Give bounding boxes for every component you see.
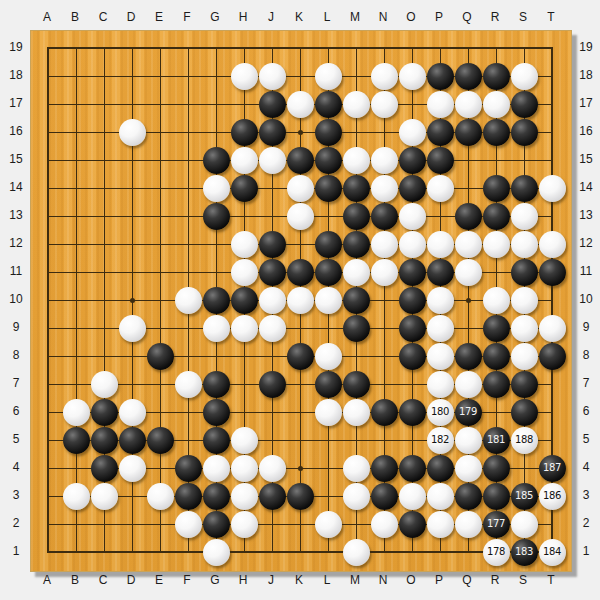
go-stone-white[interactable] (147, 483, 174, 510)
move-number-label: 187 (543, 463, 561, 473)
row-label-left: 10 (4, 292, 28, 306)
go-stone-white[interactable] (315, 343, 342, 370)
go-stone-white[interactable] (427, 287, 454, 314)
go-stone-white[interactable] (203, 315, 230, 342)
go-stone-white[interactable] (427, 511, 454, 538)
go-stone-white[interactable] (427, 91, 454, 118)
go-stone-black[interactable] (147, 343, 174, 370)
go-stone-black[interactable] (259, 91, 286, 118)
go-stone-black[interactable] (91, 455, 118, 482)
go-stone-white[interactable] (63, 483, 90, 510)
go-stone-white[interactable] (259, 455, 286, 482)
go-stone-black[interactable] (399, 511, 426, 538)
go-stone-black[interactable] (315, 371, 342, 398)
move-number-label: 183 (515, 547, 533, 557)
star-point (130, 298, 135, 303)
row-label-right: 18 (574, 68, 598, 82)
go-stone-white[interactable] (427, 483, 454, 510)
column-label-bottom: C (91, 573, 115, 587)
row-label-right: 10 (574, 292, 598, 306)
column-label-bottom: K (287, 573, 311, 587)
go-stone-white[interactable] (259, 147, 286, 174)
go-stone-white[interactable] (315, 511, 342, 538)
row-label-left: 8 (4, 348, 28, 362)
go-stone-black[interactable]: 183 (511, 539, 538, 566)
go-stone-black[interactable] (147, 427, 174, 454)
column-label-bottom: M (343, 573, 367, 587)
go-stone-black[interactable] (343, 371, 370, 398)
go-stone-white[interactable] (119, 455, 146, 482)
star-point (466, 298, 471, 303)
row-label-right: 4 (574, 460, 598, 474)
go-stone-black[interactable] (259, 231, 286, 258)
go-game-viewer: 180179182181188187185186177178183184 AAB… (0, 0, 600, 600)
go-stone-white[interactable] (455, 231, 482, 258)
column-label-bottom: G (203, 573, 227, 587)
row-label-right: 9 (574, 320, 598, 334)
go-stone-black[interactable]: 179 (455, 399, 482, 426)
go-stone-black[interactable] (259, 259, 286, 286)
go-stone-white[interactable] (371, 91, 398, 118)
column-label-top: T (539, 10, 563, 24)
row-label-left: 2 (4, 516, 28, 530)
row-label-right: 19 (574, 40, 598, 54)
go-stone-white[interactable] (287, 287, 314, 314)
star-point (298, 130, 303, 135)
row-label-right: 1 (574, 544, 598, 558)
row-label-left: 4 (4, 460, 28, 474)
go-stone-white[interactable] (91, 371, 118, 398)
move-number-label: 179 (459, 407, 477, 417)
row-label-left: 3 (4, 488, 28, 502)
grid-line-horizontal (47, 551, 553, 553)
go-stone-black[interactable] (511, 371, 538, 398)
row-label-left: 18 (4, 68, 28, 82)
go-stone-white[interactable] (231, 483, 258, 510)
row-label-left: 11 (4, 264, 28, 278)
go-stone-black[interactable] (483, 315, 510, 342)
go-stone-black[interactable] (483, 119, 510, 146)
go-stone-white[interactable] (371, 231, 398, 258)
move-number-label: 181 (487, 435, 505, 445)
go-stone-black[interactable] (91, 399, 118, 426)
go-stone-black[interactable] (371, 399, 398, 426)
go-stone-white[interactable] (231, 231, 258, 258)
go-stone-white[interactable] (511, 315, 538, 342)
go-stone-white[interactable] (287, 203, 314, 230)
go-stone-white[interactable] (399, 231, 426, 258)
row-label-right: 8 (574, 348, 598, 362)
go-stone-black[interactable] (315, 147, 342, 174)
go-stone-white[interactable] (539, 231, 566, 258)
go-stone-white[interactable] (539, 175, 566, 202)
column-label-top: S (511, 10, 535, 24)
go-stone-white[interactable] (399, 119, 426, 146)
go-stone-black[interactable] (455, 483, 482, 510)
go-stone-black[interactable] (427, 455, 454, 482)
go-stone-black[interactable] (343, 175, 370, 202)
row-label-left: 1 (4, 544, 28, 558)
move-number-label: 178 (487, 547, 505, 557)
go-stone-white[interactable] (483, 287, 510, 314)
column-label-top: K (287, 10, 311, 24)
go-stone-white[interactable] (203, 455, 230, 482)
go-stone-black[interactable] (455, 203, 482, 230)
go-stone-white[interactable] (483, 91, 510, 118)
go-stone-black[interactable] (119, 427, 146, 454)
go-stone-black[interactable] (203, 287, 230, 314)
row-label-right: 13 (574, 208, 598, 222)
row-label-right: 6 (574, 404, 598, 418)
go-stone-black[interactable] (511, 119, 538, 146)
go-stone-white[interactable] (539, 315, 566, 342)
row-label-right: 17 (574, 96, 598, 110)
go-stone-white[interactable] (119, 119, 146, 146)
go-stone-white[interactable] (175, 511, 202, 538)
go-stone-black[interactable] (343, 287, 370, 314)
go-stone-white[interactable] (315, 287, 342, 314)
go-stone-black[interactable] (343, 203, 370, 230)
move-number-label: 186 (543, 491, 561, 501)
row-label-left: 7 (4, 376, 28, 390)
move-number-label: 185 (515, 491, 533, 501)
go-stone-black[interactable] (259, 483, 286, 510)
go-stone-black[interactable] (203, 511, 230, 538)
go-stone-white[interactable] (343, 91, 370, 118)
go-stone-black[interactable] (483, 371, 510, 398)
go-stone-black[interactable] (315, 119, 342, 146)
go-stone-white[interactable] (399, 63, 426, 90)
go-stone-black[interactable] (483, 63, 510, 90)
go-stone-black[interactable] (175, 483, 202, 510)
go-stone-white[interactable] (427, 175, 454, 202)
go-stone-white[interactable] (399, 203, 426, 230)
go-stone-black[interactable] (539, 259, 566, 286)
row-label-left: 15 (4, 152, 28, 166)
column-label-bottom: O (399, 573, 423, 587)
go-stone-white[interactable] (511, 343, 538, 370)
go-stone-black[interactable] (483, 203, 510, 230)
go-stone-black[interactable] (231, 119, 258, 146)
go-stone-white[interactable] (343, 483, 370, 510)
go-stone-black[interactable] (511, 175, 538, 202)
go-stone-black[interactable] (399, 343, 426, 370)
column-label-top: B (63, 10, 87, 24)
row-label-right: 5 (574, 432, 598, 446)
go-stone-black[interactable] (259, 371, 286, 398)
column-label-top: R (483, 10, 507, 24)
row-label-left: 16 (4, 124, 28, 138)
row-label-left: 14 (4, 180, 28, 194)
column-label-top: Q (455, 10, 479, 24)
go-stone-white[interactable] (343, 539, 370, 566)
go-stone-white[interactable]: 188 (511, 427, 538, 454)
go-stone-white[interactable] (427, 231, 454, 258)
column-label-top: G (203, 10, 227, 24)
go-stone-white[interactable]: 184 (539, 539, 566, 566)
go-stone-white[interactable] (315, 399, 342, 426)
go-stone-black[interactable] (315, 175, 342, 202)
go-stone-white[interactable] (455, 259, 482, 286)
go-stone-white[interactable] (371, 63, 398, 90)
go-stone-black[interactable] (343, 315, 370, 342)
go-stone-black[interactable] (315, 259, 342, 286)
go-stone-white[interactable] (511, 511, 538, 538)
go-stone-white[interactable] (259, 63, 286, 90)
row-label-right: 12 (574, 236, 598, 250)
row-label-right: 3 (574, 488, 598, 502)
row-label-left: 13 (4, 208, 28, 222)
row-label-left: 6 (4, 404, 28, 418)
go-stone-black[interactable]: 181 (483, 427, 510, 454)
column-label-bottom: B (63, 573, 87, 587)
go-stone-white[interactable] (399, 483, 426, 510)
column-label-bottom: N (371, 573, 395, 587)
column-label-top: A (35, 10, 59, 24)
go-stone-black[interactable] (399, 315, 426, 342)
go-stone-black[interactable] (399, 175, 426, 202)
go-stone-white[interactable] (231, 147, 258, 174)
row-label-left: 5 (4, 432, 28, 446)
go-stone-black[interactable] (399, 259, 426, 286)
go-stone-black[interactable] (511, 399, 538, 426)
go-stone-white[interactable] (483, 231, 510, 258)
go-stone-white[interactable] (455, 427, 482, 454)
move-number-label: 182 (431, 435, 449, 445)
go-stone-white[interactable] (203, 539, 230, 566)
go-stone-white[interactable] (231, 455, 258, 482)
column-label-top: L (315, 10, 339, 24)
go-stone-black[interactable] (315, 91, 342, 118)
move-number-label: 184 (543, 547, 561, 557)
move-number-label: 177 (487, 519, 505, 529)
go-stone-black[interactable] (483, 343, 510, 370)
go-stone-black[interactable] (399, 147, 426, 174)
go-stone-white[interactable] (455, 371, 482, 398)
go-stone-white[interactable] (259, 287, 286, 314)
go-stone-white[interactable] (455, 455, 482, 482)
column-label-bottom: T (539, 573, 563, 587)
column-label-bottom: D (119, 573, 143, 587)
star-point (298, 466, 303, 471)
column-label-bottom: L (315, 573, 339, 587)
go-stone-white[interactable] (203, 175, 230, 202)
go-stone-black[interactable] (203, 399, 230, 426)
go-stone-white[interactable] (231, 259, 258, 286)
go-stone-white[interactable] (455, 91, 482, 118)
go-stone-black[interactable] (315, 231, 342, 258)
go-stone-black[interactable]: 187 (539, 455, 566, 482)
column-label-bottom: A (35, 573, 59, 587)
go-stone-white[interactable] (175, 371, 202, 398)
go-stone-black[interactable] (511, 91, 538, 118)
row-label-right: 2 (574, 516, 598, 530)
column-label-top: M (343, 10, 367, 24)
go-stone-black[interactable] (399, 399, 426, 426)
go-stone-black[interactable] (287, 483, 314, 510)
go-stone-white[interactable] (231, 315, 258, 342)
column-label-top: C (91, 10, 115, 24)
go-stone-black[interactable] (175, 455, 202, 482)
move-number-label: 188 (515, 435, 533, 445)
go-stone-white[interactable] (371, 511, 398, 538)
column-label-top: O (399, 10, 423, 24)
go-stone-white[interactable] (371, 259, 398, 286)
go-stone-white[interactable] (287, 91, 314, 118)
go-stone-black[interactable] (91, 427, 118, 454)
go-stone-white[interactable] (231, 63, 258, 90)
go-stone-white[interactable]: 182 (427, 427, 454, 454)
go-stone-white[interactable] (511, 231, 538, 258)
go-stone-white[interactable] (287, 175, 314, 202)
go-board[interactable]: 180179182181188187185186177178183184 (30, 30, 572, 572)
column-label-top: D (119, 10, 143, 24)
go-stone-black[interactable] (455, 63, 482, 90)
go-stone-black[interactable] (371, 483, 398, 510)
column-label-top: E (147, 10, 171, 24)
go-stone-white[interactable] (343, 399, 370, 426)
go-stone-black[interactable] (399, 455, 426, 482)
go-stone-white[interactable] (119, 315, 146, 342)
go-stone-white[interactable] (119, 399, 146, 426)
go-stone-black[interactable] (203, 371, 230, 398)
go-stone-black[interactable] (539, 343, 566, 370)
go-stone-black[interactable]: 185 (511, 483, 538, 510)
row-label-left: 17 (4, 96, 28, 110)
go-stone-black[interactable] (203, 427, 230, 454)
go-stone-black[interactable] (231, 287, 258, 314)
go-stone-black[interactable] (427, 119, 454, 146)
go-stone-white[interactable] (511, 203, 538, 230)
column-label-bottom: J (259, 573, 283, 587)
row-label-right: 16 (574, 124, 598, 138)
go-stone-white[interactable] (91, 483, 118, 510)
row-label-right: 7 (574, 376, 598, 390)
go-stone-black[interactable] (483, 455, 510, 482)
go-stone-black[interactable] (231, 175, 258, 202)
go-stone-white[interactable] (231, 427, 258, 454)
column-label-top: N (371, 10, 395, 24)
go-stone-white[interactable] (343, 455, 370, 482)
go-stone-white[interactable] (315, 63, 342, 90)
go-stone-black[interactable] (427, 63, 454, 90)
go-stone-white[interactable]: 186 (539, 483, 566, 510)
column-label-top: F (175, 10, 199, 24)
go-stone-white[interactable] (343, 147, 370, 174)
go-stone-black[interactable] (483, 483, 510, 510)
go-stone-white[interactable] (427, 343, 454, 370)
row-label-left: 9 (4, 320, 28, 334)
go-stone-black[interactable]: 177 (483, 511, 510, 538)
go-stone-white[interactable] (371, 147, 398, 174)
go-stone-white[interactable] (231, 511, 258, 538)
go-stone-black[interactable] (399, 287, 426, 314)
column-label-top: P (427, 10, 451, 24)
go-stone-white[interactable] (427, 315, 454, 342)
row-label-right: 15 (574, 152, 598, 166)
row-label-right: 11 (574, 264, 598, 278)
go-stone-white[interactable] (259, 315, 286, 342)
column-label-bottom: P (427, 573, 451, 587)
go-stone-white[interactable]: 178 (483, 539, 510, 566)
go-stone-white[interactable] (63, 399, 90, 426)
go-stone-white[interactable] (427, 371, 454, 398)
row-label-left: 12 (4, 236, 28, 250)
go-stone-white[interactable] (343, 259, 370, 286)
go-stone-black[interactable] (287, 343, 314, 370)
go-stone-white[interactable]: 180 (427, 399, 454, 426)
go-stone-black[interactable] (371, 203, 398, 230)
go-stone-black[interactable] (455, 343, 482, 370)
go-stone-black[interactable] (371, 455, 398, 482)
go-stone-black[interactable] (203, 203, 230, 230)
row-label-left: 19 (4, 40, 28, 54)
go-stone-black[interactable] (63, 427, 90, 454)
column-label-bottom: S (511, 573, 535, 587)
column-label-bottom: E (147, 573, 171, 587)
go-stone-white[interactable] (511, 63, 538, 90)
go-stone-black[interactable] (259, 119, 286, 146)
go-stone-black[interactable] (511, 259, 538, 286)
go-stone-black[interactable] (343, 231, 370, 258)
go-stone-white[interactable] (371, 175, 398, 202)
column-label-bottom: F (175, 573, 199, 587)
go-stone-black[interactable] (427, 147, 454, 174)
column-label-top: H (231, 10, 255, 24)
go-stone-black[interactable] (483, 175, 510, 202)
go-stone-black[interactable] (203, 483, 230, 510)
go-stone-white[interactable] (511, 287, 538, 314)
go-stone-black[interactable] (287, 147, 314, 174)
row-label-right: 14 (574, 180, 598, 194)
column-label-bottom: R (483, 573, 507, 587)
go-stone-black[interactable] (287, 259, 314, 286)
go-stone-black[interactable] (455, 119, 482, 146)
column-label-bottom: Q (455, 573, 479, 587)
column-label-top: J (259, 10, 283, 24)
go-stone-white[interactable] (455, 511, 482, 538)
go-stone-white[interactable] (175, 287, 202, 314)
go-stone-black[interactable] (203, 147, 230, 174)
go-stone-black[interactable] (427, 259, 454, 286)
move-number-label: 180 (431, 407, 449, 417)
column-label-bottom: H (231, 573, 255, 587)
